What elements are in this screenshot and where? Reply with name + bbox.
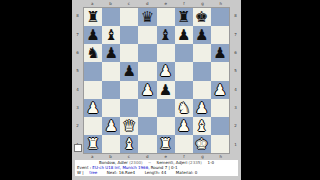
- piece-black-rook: ♜: [86, 9, 99, 25]
- square-f7[interactable]: ♟: [175, 26, 193, 44]
- square-a6[interactable]: ♞: [84, 44, 102, 62]
- square-d2[interactable]: [138, 117, 156, 135]
- square-h4[interactable]: ♟: [211, 81, 229, 99]
- rank-label-right-6: 6: [230, 44, 241, 62]
- square-c8[interactable]: [120, 8, 138, 26]
- square-d7[interactable]: [138, 26, 156, 44]
- square-h2[interactable]: [211, 117, 229, 135]
- square-h7[interactable]: [211, 26, 229, 44]
- square-c4[interactable]: [120, 81, 138, 99]
- rank-label-right-8: 8: [230, 7, 241, 25]
- square-f5[interactable]: [175, 62, 193, 80]
- square-b1[interactable]: [102, 135, 120, 153]
- square-g3[interactable]: ♟: [193, 99, 211, 117]
- rank-label-left-6: 6: [72, 44, 83, 62]
- rank-label-left-7: 7: [72, 25, 83, 43]
- square-b6[interactable]: ♟: [102, 44, 120, 62]
- square-g8[interactable]: ♚: [193, 8, 211, 26]
- rank-label-left-4: 4: [72, 81, 83, 99]
- rank-label-left-8: 8: [72, 7, 83, 25]
- square-g6[interactable]: [193, 44, 211, 62]
- piece-white-queen: ♛: [123, 118, 136, 134]
- game-result: 1-0: [207, 160, 214, 165]
- square-b8[interactable]: [102, 8, 120, 26]
- square-a4[interactable]: [84, 81, 102, 99]
- next-move-value: 16.Rxe4: [119, 170, 135, 175]
- square-h1[interactable]: [211, 135, 229, 153]
- square-e8[interactable]: [157, 8, 175, 26]
- rank-label-left-5: 5: [72, 62, 83, 80]
- square-f3[interactable]: ♞: [175, 99, 193, 117]
- rank-labels-right: 87654321: [230, 7, 241, 154]
- square-c2[interactable]: ♛: [120, 117, 138, 135]
- chess-diagram-panel: abcdefgh 87654321 ♜♛♜♚♟♝♝♟♟♞♟♟♟♟♟♟♟♟♞♟♟♛…: [72, 0, 241, 180]
- square-d4[interactable]: ♟: [138, 81, 156, 99]
- square-f8[interactable]: ♜: [175, 8, 193, 26]
- square-e2[interactable]: [157, 117, 175, 135]
- square-e4[interactable]: ♟: [157, 81, 175, 99]
- piece-white-rook: ♜: [159, 136, 172, 152]
- piece-black-queen: ♛: [141, 9, 154, 25]
- piece-black-rook: ♜: [177, 9, 190, 25]
- piece-white-knight: ♞: [177, 100, 190, 116]
- square-a7[interactable]: ♟: [84, 26, 102, 44]
- piece-black-pawn: ♟: [86, 27, 99, 43]
- status-line: W | tree Next: 16.Rxe4 Length: 44 Materi…: [75, 170, 238, 175]
- piece-white-pawn: ♟: [195, 100, 208, 116]
- square-c1[interactable]: ♝: [120, 135, 138, 153]
- piece-black-knight: ♞: [86, 45, 99, 61]
- square-e1[interactable]: ♜: [157, 135, 175, 153]
- square-d1[interactable]: [138, 135, 156, 153]
- next-move-label: Next:: [107, 170, 118, 175]
- square-c5[interactable]: ♟: [120, 62, 138, 80]
- game-caption: Bondow, Adler (2300) -- Sementi, Adjeri …: [75, 160, 238, 176]
- square-h8[interactable]: [211, 8, 229, 26]
- square-b7[interactable]: ♝: [102, 26, 120, 44]
- piece-black-bishop: ♝: [104, 27, 117, 43]
- square-a8[interactable]: ♜: [84, 8, 102, 26]
- square-f4[interactable]: [175, 81, 193, 99]
- rank-label-right-2: 2: [230, 117, 241, 135]
- square-h6[interactable]: ♟: [211, 44, 229, 62]
- piece-white-pawn: ♟: [86, 100, 99, 116]
- black-player-rating: (2335): [189, 160, 202, 165]
- chess-board: ♜♛♜♚♟♝♝♟♟♞♟♟♟♟♟♟♟♟♞♟♟♛♟♝♜♝♜♚: [83, 7, 230, 154]
- square-g1[interactable]: ♚: [193, 135, 211, 153]
- square-e7[interactable]: ♝: [157, 26, 175, 44]
- square-d6[interactable]: [138, 44, 156, 62]
- piece-white-pawn: ♟: [213, 82, 226, 98]
- square-f2[interactable]: ♟: [175, 117, 193, 135]
- piece-black-pawn: ♟: [123, 63, 136, 79]
- square-f1[interactable]: [175, 135, 193, 153]
- piece-white-pawn: ♟: [104, 118, 117, 134]
- rank-label-left-3: 3: [72, 99, 83, 117]
- square-h5[interactable]: [211, 62, 229, 80]
- square-c7[interactable]: [120, 26, 138, 44]
- square-g7[interactable]: ♟: [193, 26, 211, 44]
- material-label: Material:: [176, 170, 194, 175]
- rank-label-right-5: 5: [230, 62, 241, 80]
- rank-label-right-4: 4: [230, 81, 241, 99]
- length-value: 44: [161, 170, 166, 175]
- square-h3[interactable]: [211, 99, 229, 117]
- side-to-move-label: W |: [77, 170, 84, 175]
- square-c3[interactable]: [120, 99, 138, 117]
- square-e5[interactable]: ♟: [157, 62, 175, 80]
- rank-label-left-2: 2: [72, 117, 83, 135]
- piece-white-pawn: ♟: [177, 118, 190, 134]
- rank-label-right-3: 3: [230, 99, 241, 117]
- square-b4[interactable]: [102, 81, 120, 99]
- piece-black-king: ♚: [195, 9, 208, 25]
- square-f6[interactable]: [175, 44, 193, 62]
- square-d8[interactable]: ♛: [138, 8, 156, 26]
- square-a1[interactable]: ♜: [84, 135, 102, 153]
- video-frame: abcdefgh 87654321 ♜♛♜♚♟♝♝♟♟♞♟♟♟♟♟♟♟♟♞♟♟♛…: [0, 0, 320, 180]
- square-g5[interactable]: [193, 62, 211, 80]
- rank-label-right-7: 7: [230, 25, 241, 43]
- square-e6[interactable]: [157, 44, 175, 62]
- square-b3[interactable]: [102, 99, 120, 117]
- piece-black-pawn: ♟: [213, 45, 226, 61]
- square-g4[interactable]: [193, 81, 211, 99]
- piece-white-pawn: ♟: [141, 82, 154, 98]
- piece-white-bishop: ♝: [123, 136, 136, 152]
- square-a2[interactable]: [84, 117, 102, 135]
- square-b5[interactable]: [102, 62, 120, 80]
- piece-white-bishop: ♝: [195, 118, 208, 134]
- square-e3[interactable]: [157, 99, 175, 117]
- square-d5[interactable]: [138, 62, 156, 80]
- square-c6[interactable]: [120, 44, 138, 62]
- white-to-move-indicator: [74, 144, 82, 152]
- square-d3[interactable]: [138, 99, 156, 117]
- piece-black-pawn: ♟: [195, 27, 208, 43]
- piece-white-king: ♚: [195, 136, 208, 152]
- tree-link[interactable]: tree: [89, 170, 97, 175]
- square-a3[interactable]: ♟: [84, 99, 102, 117]
- piece-black-bishop: ♝: [159, 27, 172, 43]
- material-value: 0: [195, 170, 198, 175]
- square-a5[interactable]: [84, 62, 102, 80]
- piece-white-pawn: ♟: [159, 63, 172, 79]
- rank-labels-left: 87654321: [72, 7, 83, 154]
- rank-label-right-1: 1: [230, 136, 241, 154]
- piece-white-rook: ♜: [86, 136, 99, 152]
- square-g2[interactable]: ♝: [193, 117, 211, 135]
- square-b2[interactable]: ♟: [102, 117, 120, 135]
- piece-black-pawn: ♟: [177, 27, 190, 43]
- piece-black-pawn: ♟: [104, 45, 117, 61]
- length-label: Length:: [145, 170, 160, 175]
- piece-black-pawn: ♟: [159, 82, 172, 98]
